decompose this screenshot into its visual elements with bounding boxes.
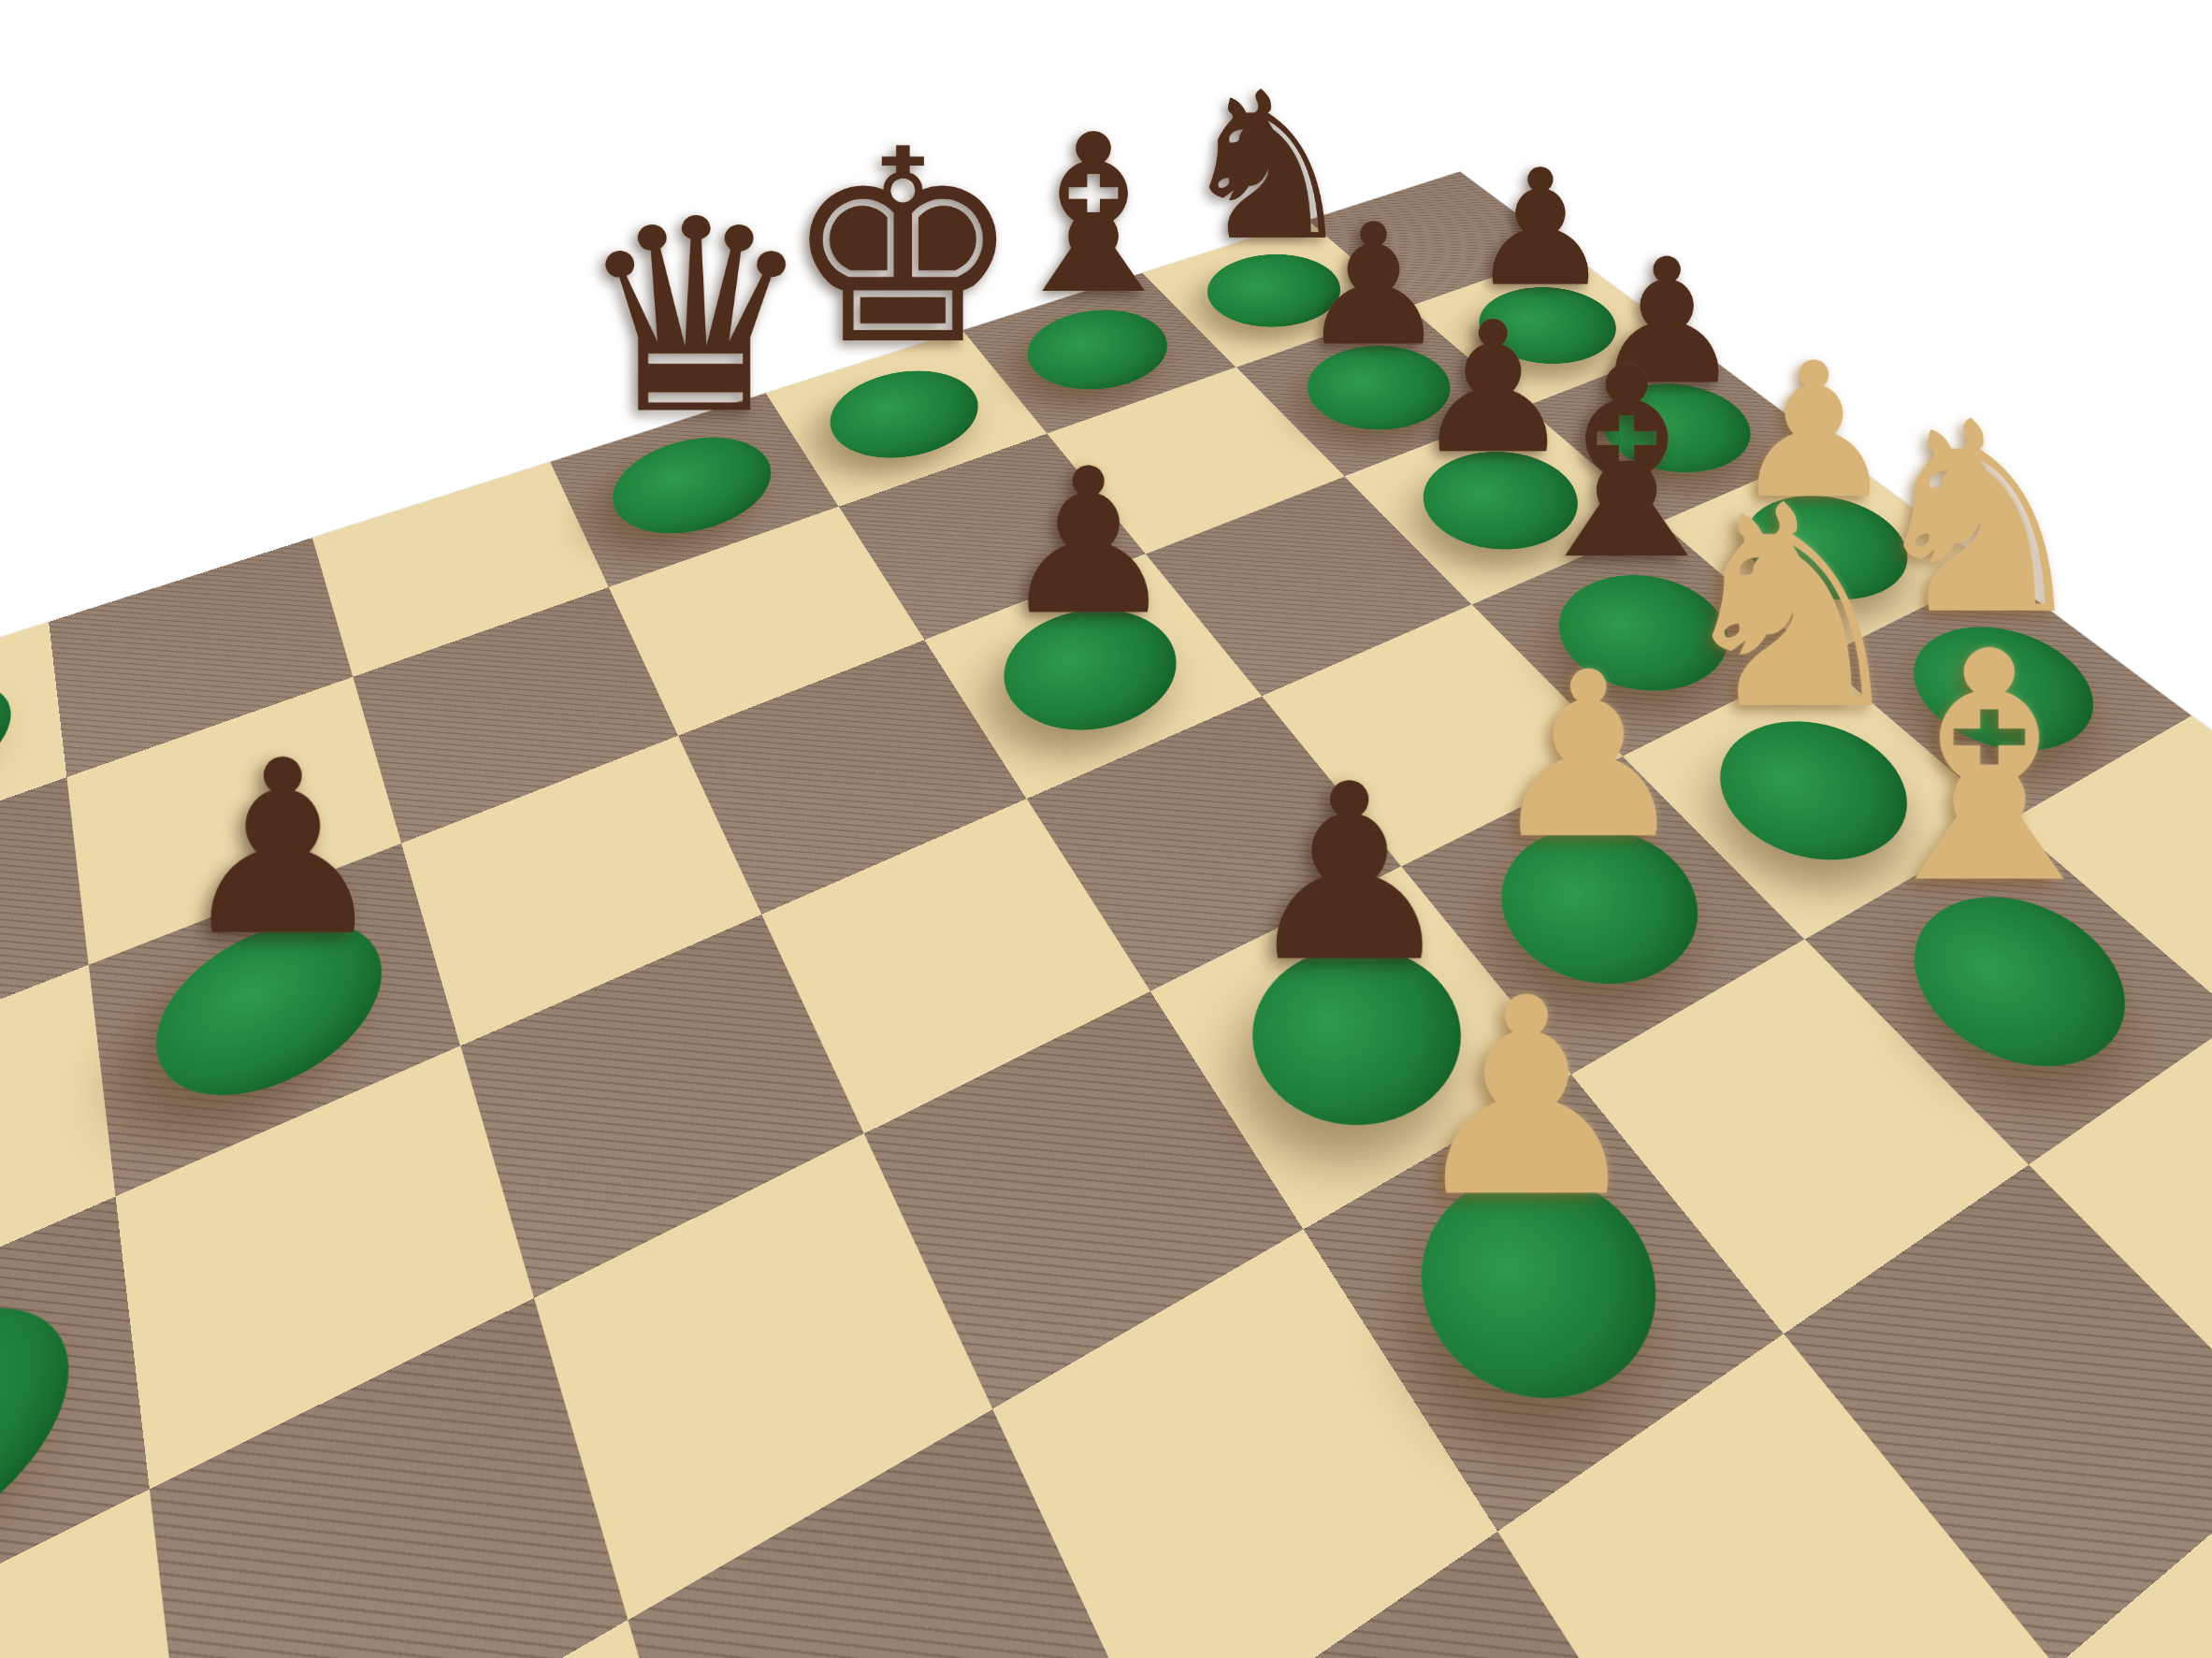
photo-scene: ♜♛♚♝♞♟♟♟♟♟♟♟♝♟♟♟♞♞♟♝ xyxy=(0,0,2212,1658)
black-bishop-f8: ♝ xyxy=(995,106,1192,324)
black-pawn-e6: ♟ xyxy=(998,441,1178,642)
white-pawn-e3: ♟ xyxy=(1405,962,1649,1234)
white-bishop-g3: ♝ xyxy=(1847,611,2132,928)
black-pawn-a5: ♟ xyxy=(0,1087,80,1377)
black-queen-d8: ♛ xyxy=(576,184,816,451)
black-pawn-b6: ♟ xyxy=(175,728,391,969)
black-rook-a8: ♜ xyxy=(0,435,51,708)
chess-board: ♜♛♚♝♞♟♟♟♟♟♟♟♝♟♟♟♞♞♟♝ xyxy=(0,172,2212,1658)
white-pawn-f4: ♟ xyxy=(1486,642,1691,870)
black-king-e8: ♚ xyxy=(783,114,1022,382)
square-g3: ♝ xyxy=(1805,821,2212,1165)
